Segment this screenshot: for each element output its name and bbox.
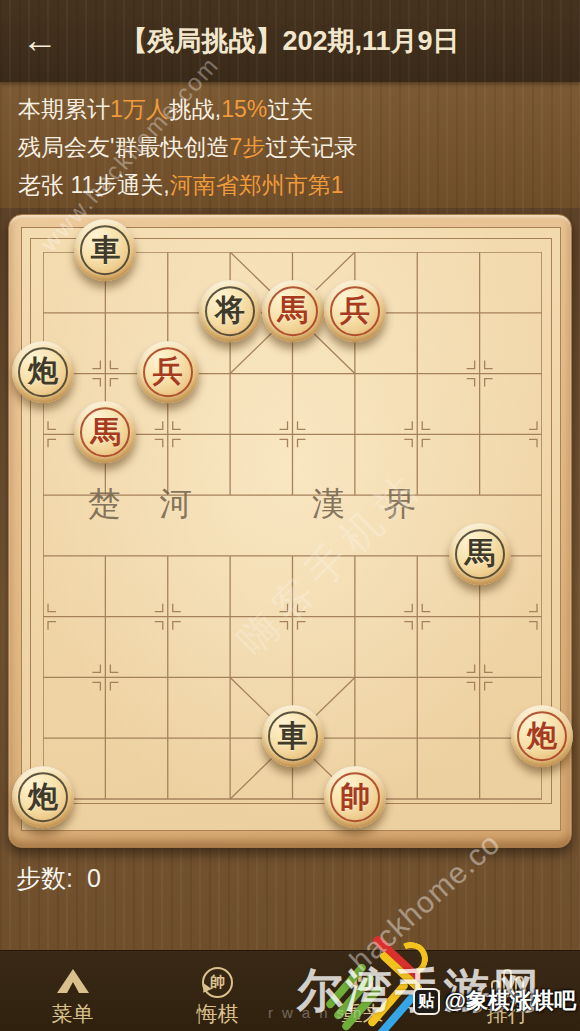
pieces-layer: 車将馬兵炮兵馬馬車炮炮帥 <box>43 252 542 800</box>
piece-glyph: 帥 <box>324 766 386 828</box>
step-counter-label: 步数: <box>16 864 73 892</box>
piece-black-車[interactable]: 車 <box>74 219 136 281</box>
piece-glyph: 車 <box>262 705 324 767</box>
board-field[interactable]: 楚 河 漢 界 車将馬兵炮兵馬馬車炮炮帥 <box>21 227 561 831</box>
piece-glyph: 炮 <box>12 766 74 828</box>
nav-ranking-button[interactable]: 排行 <box>448 955 568 1027</box>
piece-glyph: 馬 <box>449 523 511 585</box>
ranking-icon <box>491 967 524 997</box>
info-highlight: 15% <box>221 96 267 122</box>
info-line-1: 本期累计1万人挑战,15%过关 <box>18 90 580 128</box>
bottom-nav-bar: 菜单 帥 悔棋 ↻ 重来 排行 <box>0 950 580 1031</box>
piece-red-帥[interactable]: 帥 <box>324 766 386 828</box>
piece-black-炮[interactable]: 炮 <box>12 766 74 828</box>
step-counter: 步数:0 <box>16 862 101 895</box>
piece-red-兵[interactable]: 兵 <box>324 280 386 342</box>
challenge-info-panel: 本期累计1万人挑战,15%过关 残局会友'群最快创造7步过关记录 老张 11步通… <box>0 82 580 208</box>
piece-red-馬[interactable]: 馬 <box>262 280 324 342</box>
piece-glyph: 炮 <box>511 705 573 767</box>
piece-glyph: 兵 <box>137 341 199 403</box>
nav-ranking-label: 排行 <box>487 1001 529 1027</box>
piece-black-馬[interactable]: 馬 <box>449 523 511 585</box>
info-line-3: 老张 11步通关,河南省郑州市第1 <box>18 166 580 204</box>
menu-icon <box>57 969 89 993</box>
undo-icon-piece-glyph: 帥 <box>210 973 225 992</box>
nav-restart-label: 重来 <box>342 1001 384 1027</box>
info-highlight: 1万人 <box>110 96 169 122</box>
restart-icon: ↻ <box>350 964 376 1001</box>
piece-red-炮[interactable]: 炮 <box>511 705 573 767</box>
piece-glyph: 車 <box>74 219 136 281</box>
piece-glyph: 馬 <box>74 401 136 463</box>
info-highlight: 7步 <box>229 134 265 160</box>
page-title: 【残局挑战】202期,11月9日 <box>0 0 580 82</box>
nav-menu-button[interactable]: 菜单 <box>13 955 133 1027</box>
nav-undo-label: 悔棋 <box>197 1001 239 1027</box>
nav-menu-label: 菜单 <box>52 1001 94 1027</box>
piece-black-将[interactable]: 将 <box>199 280 261 342</box>
piece-red-馬[interactable]: 馬 <box>74 401 136 463</box>
header-bar: ← 【残局挑战】202期,11月9日 <box>0 0 580 82</box>
piece-glyph: 将 <box>199 280 261 342</box>
info-text: 挑战, <box>169 96 221 122</box>
app-screen: ← 【残局挑战】202期,11月9日 本期累计1万人挑战,15%过关 残局会友'… <box>0 0 580 1031</box>
board-section: 楚 河 漢 界 車将馬兵炮兵馬馬車炮炮帥 步数:0 <box>0 208 580 950</box>
undo-icon: 帥 <box>202 967 233 998</box>
nav-undo-button[interactable]: 帥 悔棋 <box>158 955 278 1027</box>
info-text: 残局会友'群最快创造 <box>18 134 229 160</box>
info-text: 本期累计 <box>18 96 110 122</box>
xiangqi-board[interactable]: 楚 河 漢 界 車将馬兵炮兵馬馬車炮炮帥 <box>8 214 572 848</box>
info-text: 过关 <box>267 96 313 122</box>
info-highlight: 河南省郑州市第1 <box>170 172 344 198</box>
step-counter-value: 0 <box>87 864 101 892</box>
piece-red-兵[interactable]: 兵 <box>137 341 199 403</box>
piece-black-炮[interactable]: 炮 <box>12 341 74 403</box>
piece-glyph: 馬 <box>262 280 324 342</box>
piece-glyph: 兵 <box>324 280 386 342</box>
piece-glyph: 炮 <box>12 341 74 403</box>
info-line-2: 残局会友'群最快创造7步过关记录 <box>18 128 580 166</box>
info-text: 过关记录 <box>265 134 357 160</box>
info-text: 老张 11步通关, <box>18 172 170 198</box>
piece-black-車[interactable]: 車 <box>262 705 324 767</box>
nav-restart-button[interactable]: ↻ 重来 <box>303 955 423 1027</box>
